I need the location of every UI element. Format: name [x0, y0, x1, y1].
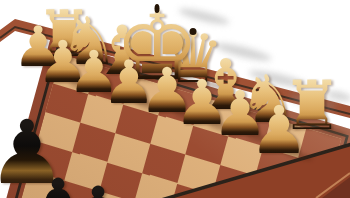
king-finial — [155, 4, 160, 13]
queen-ball-finial — [190, 28, 197, 35]
chess-set-photo: ♜♞♝♚♛♝♞♜♟♟♟♟♟♟♟♟♟♟♟ — [0, 0, 350, 198]
white-pawn-a2: ♟ — [249, 98, 308, 164]
black-pawn-3: ♟ — [62, 177, 134, 198]
